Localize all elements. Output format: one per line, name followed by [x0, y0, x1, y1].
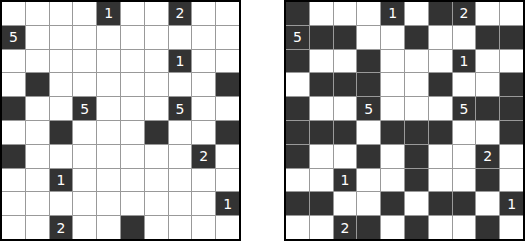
cell-r5c4[interactable]: 5	[73, 97, 96, 120]
cell-r2c1[interactable]: 5	[2, 26, 25, 49]
cell-r8c7[interactable]	[145, 169, 168, 192]
cell-r4c4	[357, 73, 380, 96]
cell-r2c7[interactable]	[145, 26, 168, 49]
boards: 1251552112 1251552112	[0, 0, 525, 241]
cell-r3c6[interactable]	[121, 50, 144, 73]
cell-r2c1: 5	[286, 26, 309, 49]
cell-r6c4[interactable]	[73, 121, 96, 144]
cell-r3c10[interactable]	[216, 50, 239, 73]
cell-r8c3: 1	[334, 169, 357, 192]
cell-r2c5	[381, 26, 404, 49]
cell-r10c4	[357, 216, 380, 239]
solution-board: 1251552112	[284, 0, 525, 241]
cell-r8c3[interactable]: 1	[50, 169, 73, 192]
cell-r2c8[interactable]	[169, 26, 192, 49]
cell-r2c2[interactable]	[26, 26, 49, 49]
cell-r4c5	[381, 73, 404, 96]
cell-r5c6[interactable]	[121, 97, 144, 120]
cell-r6c10[interactable]	[216, 121, 239, 144]
cell-r9c5[interactable]	[97, 192, 120, 215]
cell-r3c2	[310, 50, 333, 73]
cell-r6c5[interactable]	[97, 121, 120, 144]
cell-r1c2[interactable]	[26, 2, 49, 25]
cell-r9c3[interactable]	[50, 192, 73, 215]
cell-r4c8	[453, 73, 476, 96]
cell-r10c7[interactable]	[145, 216, 168, 239]
cell-r4c9	[476, 73, 499, 96]
cell-r3c1	[286, 50, 309, 73]
cell-r3c9[interactable]	[192, 50, 215, 73]
cell-r4c8[interactable]	[169, 73, 192, 96]
cell-r6c10	[500, 121, 523, 144]
cell-r7c2	[310, 145, 333, 168]
cell-r2c3	[334, 26, 357, 49]
cell-r2c9	[476, 26, 499, 49]
cell-r2c7	[429, 26, 452, 49]
cell-r2c3[interactable]	[50, 26, 73, 49]
cell-r8c7	[429, 169, 452, 192]
cell-r1c9	[476, 2, 499, 25]
cell-r3c9	[476, 50, 499, 73]
cell-r1c5[interactable]: 1	[97, 2, 120, 25]
cell-r1c1	[286, 2, 309, 25]
cell-r3c8[interactable]: 1	[169, 50, 192, 73]
cell-r10c2[interactable]	[26, 216, 49, 239]
cell-r4c6	[405, 73, 428, 96]
cell-r8c2	[310, 169, 333, 192]
cell-r9c1[interactable]	[2, 192, 25, 215]
cell-r5c8[interactable]: 5	[169, 97, 192, 120]
cell-r7c8	[453, 145, 476, 168]
cell-r3c4	[357, 50, 380, 73]
cell-r10c1	[286, 216, 309, 239]
cell-r7c1[interactable]	[2, 145, 25, 168]
cell-r10c3: 2	[334, 216, 357, 239]
cell-r6c6[interactable]	[121, 121, 144, 144]
cell-r7c9: 2	[476, 145, 499, 168]
cell-r7c3	[334, 145, 357, 168]
cell-r9c7	[429, 192, 452, 215]
cell-r1c6	[405, 2, 428, 25]
cell-r10c8	[453, 216, 476, 239]
cell-r9c9	[476, 192, 499, 215]
cell-r5c10	[500, 97, 523, 120]
cell-r7c2[interactable]	[26, 145, 49, 168]
cell-r2c10[interactable]	[216, 26, 239, 49]
cell-r8c4[interactable]	[73, 169, 96, 192]
cell-r9c6	[405, 192, 428, 215]
cell-r1c10[interactable]	[216, 2, 239, 25]
cell-r7c7[interactable]	[145, 145, 168, 168]
cell-r9c7[interactable]	[145, 192, 168, 215]
cell-r7c4	[357, 145, 380, 168]
cell-r1c10	[500, 2, 523, 25]
cell-r4c6[interactable]	[121, 73, 144, 96]
cell-r8c6	[405, 169, 428, 192]
cell-r7c7	[429, 145, 452, 168]
cell-r1c4[interactable]	[73, 2, 96, 25]
cell-r3c2[interactable]	[26, 50, 49, 73]
cell-r10c4[interactable]	[73, 216, 96, 239]
cell-r6c2	[310, 121, 333, 144]
cell-r7c10[interactable]	[216, 145, 239, 168]
cell-r6c9[interactable]	[192, 121, 215, 144]
cell-r5c3	[334, 97, 357, 120]
cell-r6c2[interactable]	[26, 121, 49, 144]
cell-r2c4	[357, 26, 380, 49]
cell-r10c7	[429, 216, 452, 239]
cell-r4c10	[500, 73, 523, 96]
cell-r4c5[interactable]	[97, 73, 120, 96]
cell-r4c1[interactable]	[2, 73, 25, 96]
cell-r3c5	[381, 50, 404, 73]
cell-r4c3[interactable]	[50, 73, 73, 96]
cell-r5c2[interactable]	[26, 97, 49, 120]
cell-r9c9[interactable]	[192, 192, 215, 215]
cell-r10c10	[500, 216, 523, 239]
cell-r8c8[interactable]	[169, 169, 192, 192]
cell-r5c9[interactable]	[192, 97, 215, 120]
cell-r9c6[interactable]	[121, 192, 144, 215]
cell-r10c10[interactable]	[216, 216, 239, 239]
cell-r8c9	[476, 169, 499, 192]
cell-r9c4[interactable]	[73, 192, 96, 215]
cell-r3c7[interactable]	[145, 50, 168, 73]
cell-r1c4	[357, 2, 380, 25]
cell-r1c3	[334, 2, 357, 25]
cell-r6c5	[381, 121, 404, 144]
cell-r4c7[interactable]	[145, 73, 168, 96]
cell-r8c10	[500, 169, 523, 192]
cell-r4c7	[429, 73, 452, 96]
cell-r10c8[interactable]	[169, 216, 192, 239]
cell-r3c6	[405, 50, 428, 73]
cell-r3c4[interactable]	[73, 50, 96, 73]
cell-r7c5[interactable]	[97, 145, 120, 168]
cell-r4c2[interactable]	[26, 73, 49, 96]
cell-r9c8[interactable]	[169, 192, 192, 215]
cell-r2c5[interactable]	[97, 26, 120, 49]
cell-r5c1	[286, 97, 309, 120]
cell-r5c6	[405, 97, 428, 120]
cell-r6c8	[453, 121, 476, 144]
cell-r4c10[interactable]	[216, 73, 239, 96]
cell-r3c8: 1	[453, 50, 476, 73]
cell-r8c5[interactable]	[97, 169, 120, 192]
cell-r5c5	[381, 97, 404, 120]
cell-r1c6[interactable]	[121, 2, 144, 25]
cell-r5c2	[310, 97, 333, 120]
cell-r9c5	[381, 192, 404, 215]
cell-r8c6[interactable]	[121, 169, 144, 192]
cell-r1c9[interactable]	[192, 2, 215, 25]
cell-r5c7[interactable]	[145, 97, 168, 120]
cell-r7c5	[381, 145, 404, 168]
cell-r7c6	[405, 145, 428, 168]
cell-r2c2	[310, 26, 333, 49]
cell-r2c6	[405, 26, 428, 49]
cell-r5c7	[429, 97, 452, 120]
puzzle-board: 1251552112	[0, 0, 241, 241]
cell-r6c7[interactable]	[145, 121, 168, 144]
cell-r6c3	[334, 121, 357, 144]
cell-r2c6[interactable]	[121, 26, 144, 49]
cell-r1c8[interactable]: 2	[169, 2, 192, 25]
cell-r7c1	[286, 145, 309, 168]
cell-r9c8	[453, 192, 476, 215]
cell-r10c9[interactable]	[192, 216, 215, 239]
cell-r10c5[interactable]	[97, 216, 120, 239]
cell-r5c9	[476, 97, 499, 120]
cell-r7c4[interactable]	[73, 145, 96, 168]
cell-r10c5	[381, 216, 404, 239]
cell-r8c8	[453, 169, 476, 192]
cell-r2c8	[453, 26, 476, 49]
cell-r10c2	[310, 216, 333, 239]
cell-r8c2[interactable]	[26, 169, 49, 192]
cell-r9c4	[357, 192, 380, 215]
cell-r5c8: 5	[453, 97, 476, 120]
cell-r3c10	[500, 50, 523, 73]
cell-r1c1[interactable]	[2, 2, 25, 25]
cell-r5c10[interactable]	[216, 97, 239, 120]
cell-r2c4[interactable]	[73, 26, 96, 49]
cell-r3c5[interactable]	[97, 50, 120, 73]
cell-r8c1	[286, 169, 309, 192]
cell-r2c9[interactable]	[192, 26, 215, 49]
cell-r6c4	[357, 121, 380, 144]
cell-r1c7	[429, 2, 452, 25]
cell-r6c8[interactable]	[169, 121, 192, 144]
cell-r10c6	[405, 216, 428, 239]
cell-r7c9[interactable]: 2	[192, 145, 215, 168]
cell-r6c6	[405, 121, 428, 144]
cell-r7c3[interactable]	[50, 145, 73, 168]
cell-r7c6[interactable]	[121, 145, 144, 168]
cell-r6c7	[429, 121, 452, 144]
cell-r3c7	[429, 50, 452, 73]
cell-r7c8[interactable]	[169, 145, 192, 168]
cell-r8c9[interactable]	[192, 169, 215, 192]
cell-r8c4	[357, 169, 380, 192]
cell-r5c5[interactable]	[97, 97, 120, 120]
cell-r10c3[interactable]: 2	[50, 216, 73, 239]
cell-r6c1[interactable]	[2, 121, 25, 144]
cell-r8c10[interactable]	[216, 169, 239, 192]
cell-r9c2[interactable]	[26, 192, 49, 215]
cell-r9c1	[286, 192, 309, 215]
cell-r9c3	[334, 192, 357, 215]
cell-r1c5: 1	[381, 2, 404, 25]
cell-r10c6[interactable]	[121, 216, 144, 239]
cell-r6c9	[476, 121, 499, 144]
cell-r3c1[interactable]	[2, 50, 25, 73]
cell-r6c3[interactable]	[50, 121, 73, 144]
cell-r9c2	[310, 192, 333, 215]
cell-r2c10	[500, 26, 523, 49]
cell-r10c1[interactable]	[2, 216, 25, 239]
cell-r3c3[interactable]	[50, 50, 73, 73]
cell-r1c7[interactable]	[145, 2, 168, 25]
cell-r7c10	[500, 145, 523, 168]
cell-r5c4: 5	[357, 97, 380, 120]
cell-r4c9[interactable]	[192, 73, 215, 96]
cell-r5c3[interactable]	[50, 97, 73, 120]
cell-r1c8: 2	[453, 2, 476, 25]
cell-r4c2	[310, 73, 333, 96]
cell-r9c10: 1	[500, 192, 523, 215]
cell-r1c2	[310, 2, 333, 25]
cell-r1c3[interactable]	[50, 2, 73, 25]
cell-r3c3	[334, 50, 357, 73]
cell-r9c10[interactable]: 1	[216, 192, 239, 215]
cell-r8c5	[381, 169, 404, 192]
cell-r4c1	[286, 73, 309, 96]
cell-r5c1[interactable]	[2, 97, 25, 120]
cell-r8c1[interactable]	[2, 169, 25, 192]
cell-r10c9	[476, 216, 499, 239]
cell-r4c3	[334, 73, 357, 96]
cell-r6c1	[286, 121, 309, 144]
cell-r4c4[interactable]	[73, 73, 96, 96]
